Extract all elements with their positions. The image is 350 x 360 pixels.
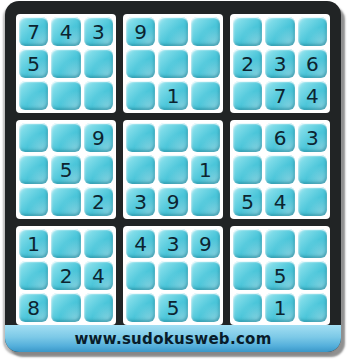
sudoku-cell-r5c6[interactable]: 1 (191, 155, 220, 184)
sudoku-cell-r9c3[interactable] (84, 293, 113, 322)
sudoku-cell-r3c4[interactable] (126, 81, 155, 110)
page: 7435912367495213963541248439551 www.sudo… (0, 0, 350, 360)
sudoku-cell-r7c1[interactable]: 1 (19, 229, 48, 258)
sudoku-cell-r4c2[interactable] (51, 123, 80, 152)
sudoku-cell-r5c7[interactable] (233, 155, 262, 184)
sudoku-cell-r2c9[interactable]: 6 (298, 49, 327, 78)
sudoku-cell-r8c8[interactable]: 5 (265, 261, 294, 290)
sudoku-cell-r9c9[interactable] (298, 293, 327, 322)
sudoku-cell-r1c8[interactable] (265, 17, 294, 46)
sudoku-cell-r7c8[interactable] (265, 229, 294, 258)
sudoku-cell-r2c4[interactable] (126, 49, 155, 78)
sudoku-cell-r9c8[interactable]: 1 (265, 293, 294, 322)
sudoku-cell-r6c9[interactable] (298, 187, 327, 216)
sudoku-cell-r1c2[interactable]: 4 (51, 17, 80, 46)
sudoku-cell-r4c4[interactable] (126, 123, 155, 152)
sudoku-cell-r2c7[interactable]: 2 (233, 49, 262, 78)
sudoku-cell-r6c6[interactable] (191, 187, 220, 216)
sudoku-cell-r9c5[interactable]: 5 (158, 293, 187, 322)
sudoku-cell-r7c5[interactable]: 3 (158, 229, 187, 258)
sudoku-cell-r8c7[interactable] (233, 261, 262, 290)
sudoku-cell-r3c6[interactable] (191, 81, 220, 110)
sudoku-cell-r2c2[interactable] (51, 49, 80, 78)
footer-bar: www.sudokusweb.com (5, 325, 341, 352)
sudoku-cell-r9c2[interactable] (51, 293, 80, 322)
sudoku-cell-r7c2[interactable] (51, 229, 80, 258)
sudoku-cell-r7c6[interactable]: 9 (191, 229, 220, 258)
sudoku-cell-r3c7[interactable] (233, 81, 262, 110)
sudoku-cell-r1c9[interactable] (298, 17, 327, 46)
sudoku-cell-r3c5[interactable]: 1 (158, 81, 187, 110)
sudoku-cell-r8c6[interactable] (191, 261, 220, 290)
sudoku-cell-r5c8[interactable] (265, 155, 294, 184)
sudoku-cell-r1c6[interactable] (191, 17, 220, 46)
sudoku-cell-r4c9[interactable]: 3 (298, 123, 327, 152)
sudoku-cell-r5c4[interactable] (126, 155, 155, 184)
sudoku-cell-r2c8[interactable]: 3 (265, 49, 294, 78)
sudoku-box: 6354 (230, 120, 330, 219)
sudoku-cell-r4c7[interactable] (233, 123, 262, 152)
sudoku-cell-r9c1[interactable]: 8 (19, 293, 48, 322)
sudoku-cell-r6c4[interactable]: 3 (126, 187, 155, 216)
sudoku-cell-r7c7[interactable] (233, 229, 262, 258)
sudoku-cell-r8c5[interactable] (158, 261, 187, 290)
sudoku-cell-r1c4[interactable]: 9 (126, 17, 155, 46)
sudoku-cell-r7c3[interactable] (84, 229, 113, 258)
sudoku-box: 7435 (16, 14, 116, 113)
sudoku-box: 91 (123, 14, 223, 113)
sudoku-cell-r3c9[interactable]: 4 (298, 81, 327, 110)
sudoku-box: 51 (230, 226, 330, 325)
sudoku-cell-r5c5[interactable] (158, 155, 187, 184)
sudoku-cell-r5c9[interactable] (298, 155, 327, 184)
site-url[interactable]: www.sudokusweb.com (74, 330, 271, 348)
sudoku-cell-r8c3[interactable]: 4 (84, 261, 113, 290)
sudoku-cell-r3c8[interactable]: 7 (265, 81, 294, 110)
sudoku-cell-r5c1[interactable] (19, 155, 48, 184)
sudoku-cell-r5c3[interactable] (84, 155, 113, 184)
sudoku-grid: 7435912367495213963541248439551 (5, 1, 341, 325)
sudoku-cell-r4c3[interactable]: 9 (84, 123, 113, 152)
sudoku-cell-r6c2[interactable] (51, 187, 80, 216)
sudoku-cell-r2c6[interactable] (191, 49, 220, 78)
sudoku-cell-r1c3[interactable]: 3 (84, 17, 113, 46)
sudoku-cell-r4c5[interactable] (158, 123, 187, 152)
sudoku-cell-r6c8[interactable]: 4 (265, 187, 294, 216)
sudoku-cell-r6c1[interactable] (19, 187, 48, 216)
sudoku-cell-r5c2[interactable]: 5 (51, 155, 80, 184)
sudoku-cell-r4c1[interactable] (19, 123, 48, 152)
sudoku-cell-r7c9[interactable] (298, 229, 327, 258)
sudoku-cell-r2c3[interactable] (84, 49, 113, 78)
sudoku-cell-r7c4[interactable]: 4 (126, 229, 155, 258)
sudoku-board: 7435912367495213963541248439551 www.sudo… (5, 1, 341, 352)
sudoku-cell-r9c4[interactable] (126, 293, 155, 322)
sudoku-cell-r8c4[interactable] (126, 261, 155, 290)
sudoku-cell-r3c3[interactable] (84, 81, 113, 110)
sudoku-cell-r3c2[interactable] (51, 81, 80, 110)
sudoku-cell-r9c7[interactable] (233, 293, 262, 322)
sudoku-cell-r9c6[interactable] (191, 293, 220, 322)
sudoku-cell-r4c8[interactable]: 6 (265, 123, 294, 152)
sudoku-cell-r2c1[interactable]: 5 (19, 49, 48, 78)
sudoku-box: 23674 (230, 14, 330, 113)
sudoku-box: 1248 (16, 226, 116, 325)
sudoku-cell-r8c1[interactable] (19, 261, 48, 290)
sudoku-cell-r1c5[interactable] (158, 17, 187, 46)
sudoku-cell-r1c7[interactable] (233, 17, 262, 46)
sudoku-cell-r6c7[interactable]: 5 (233, 187, 262, 216)
sudoku-box: 139 (123, 120, 223, 219)
sudoku-cell-r6c5[interactable]: 9 (158, 187, 187, 216)
sudoku-cell-r8c2[interactable]: 2 (51, 261, 80, 290)
sudoku-cell-r6c3[interactable]: 2 (84, 187, 113, 216)
sudoku-box: 4395 (123, 226, 223, 325)
sudoku-cell-r2c5[interactable] (158, 49, 187, 78)
sudoku-cell-r4c6[interactable] (191, 123, 220, 152)
sudoku-box: 952 (16, 120, 116, 219)
sudoku-cell-r1c1[interactable]: 7 (19, 17, 48, 46)
sudoku-cell-r3c1[interactable] (19, 81, 48, 110)
sudoku-cell-r8c9[interactable] (298, 261, 327, 290)
